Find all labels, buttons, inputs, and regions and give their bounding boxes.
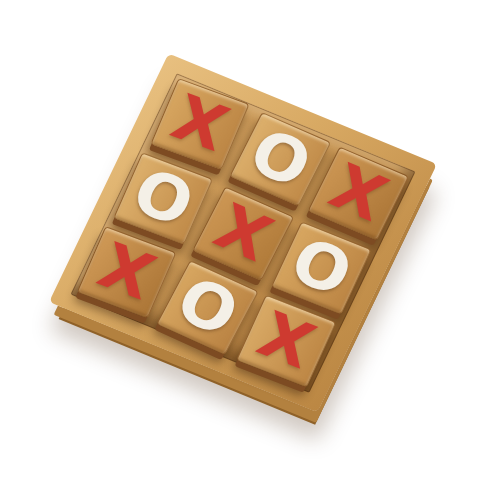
- mark-glyph: O: [240, 120, 320, 199]
- mark-glyph: X: [164, 86, 237, 161]
- cube-r1c1[interactable]: X: [150, 78, 249, 170]
- mark-glyph: X: [250, 303, 324, 379]
- cube-r3c3[interactable]: X: [236, 295, 336, 388]
- tictactoe-tray: X O X O X: [49, 53, 437, 412]
- mark-glyph: O: [282, 229, 361, 307]
- product-photo-canvas: X O X O X: [0, 0, 500, 500]
- cube-r3c1[interactable]: X: [77, 226, 176, 318]
- mark-glyph: O: [124, 159, 202, 236]
- board-well: X O X O X: [70, 73, 415, 393]
- mark-glyph: X: [90, 235, 163, 310]
- mark-glyph: X: [321, 155, 396, 231]
- mark-glyph: O: [167, 268, 248, 347]
- mark-glyph: X: [205, 195, 280, 272]
- cube-r1c3[interactable]: X: [308, 147, 409, 241]
